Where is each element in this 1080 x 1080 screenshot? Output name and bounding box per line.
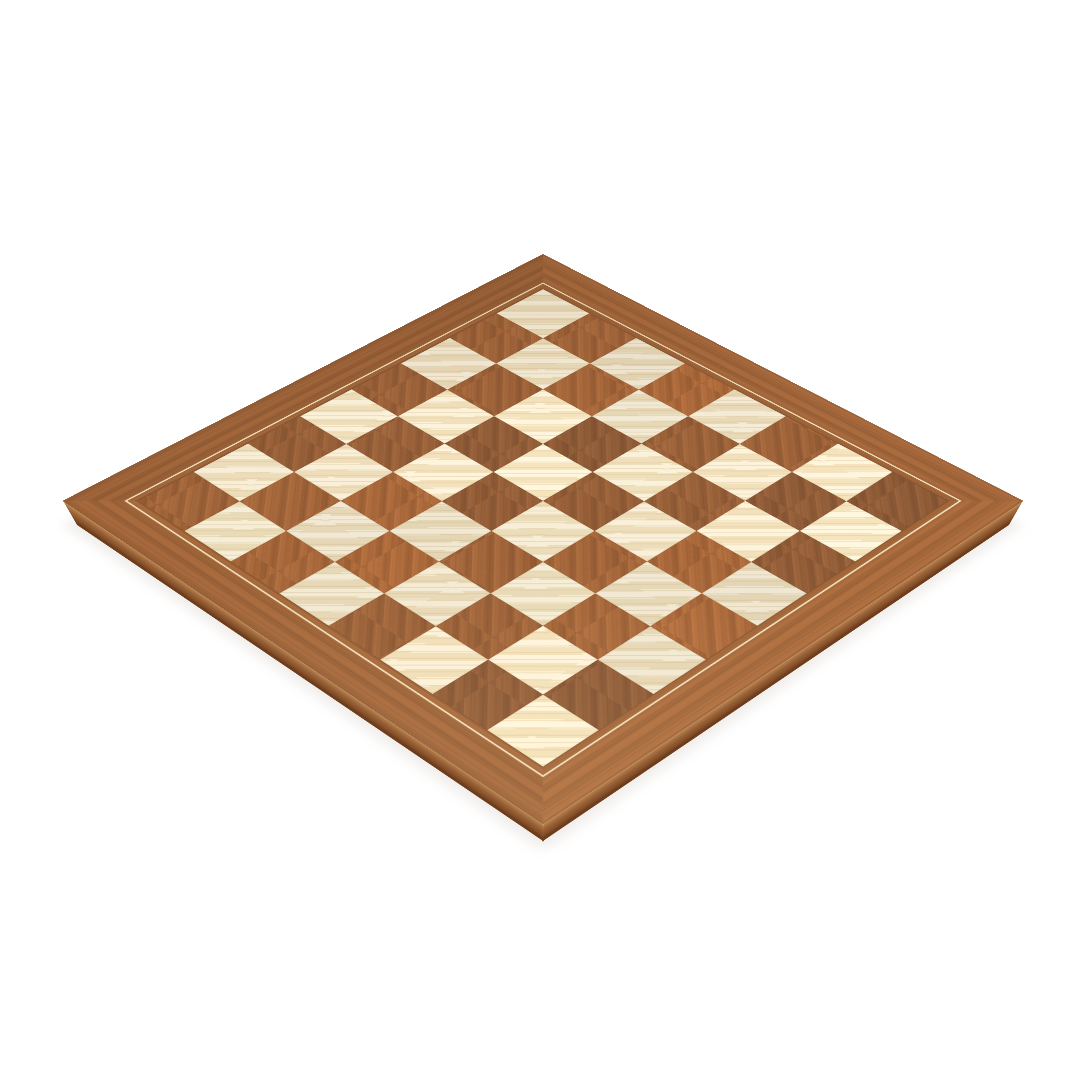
board-top-face <box>62 254 1024 825</box>
chess-board <box>62 254 1024 825</box>
product-photo-scene <box>0 0 1080 1080</box>
board-grid <box>139 289 948 767</box>
